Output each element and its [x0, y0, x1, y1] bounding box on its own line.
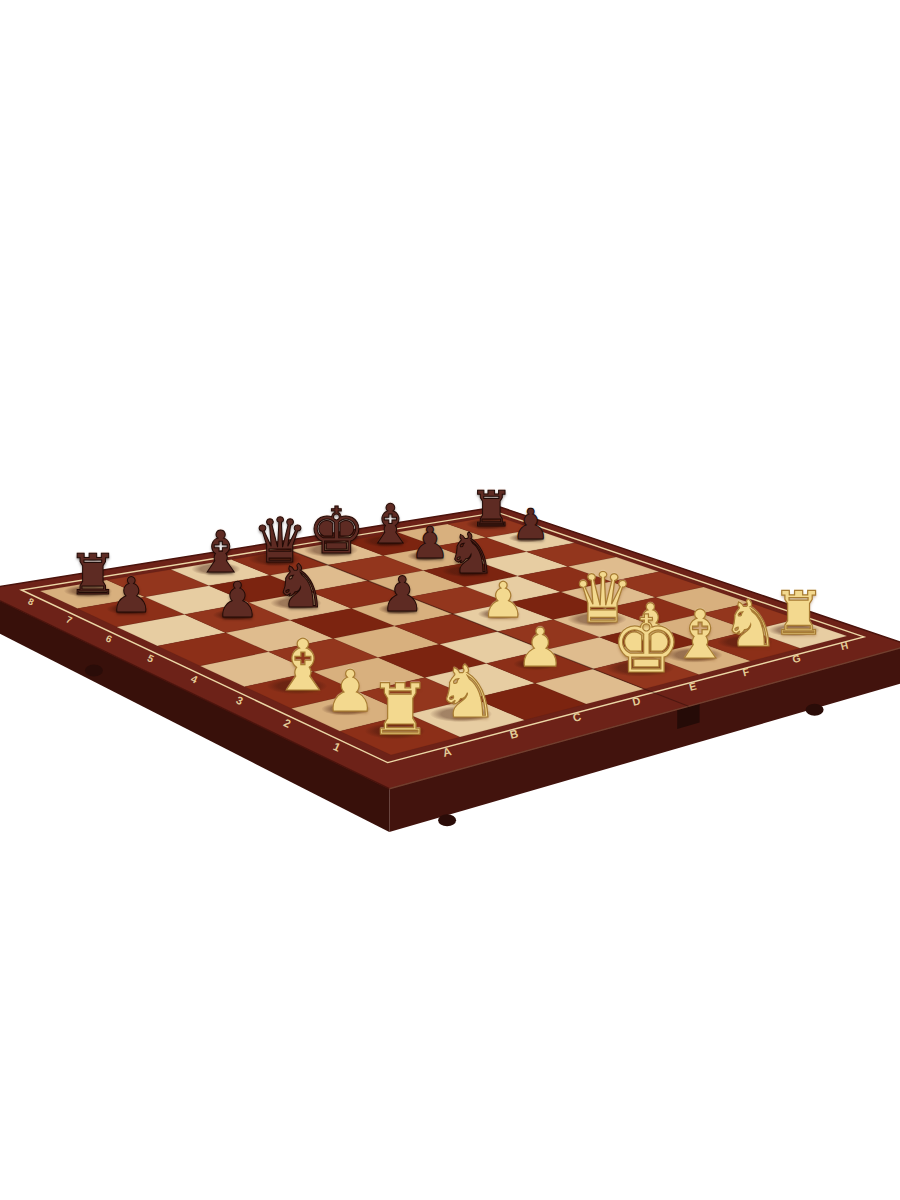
chess-set-product-photo: ABCDEFGH12345678 ♜♟♝♚♟♛♝♞♜♞♟♟♟♟♛♜♟♞♝♟♚♝♟…	[0, 0, 900, 1200]
case-foot-2	[806, 704, 824, 716]
case-foot-1	[438, 814, 456, 826]
case-foot-3	[85, 665, 103, 677]
chess-board: ABCDEFGH12345678	[0, 0, 900, 1200]
